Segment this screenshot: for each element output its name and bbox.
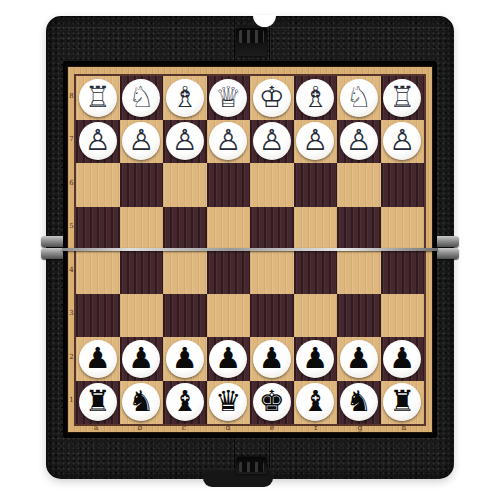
square-d7[interactable]: ♙: [207, 120, 251, 164]
white-queen-icon: ♕: [215, 78, 241, 116]
fold-hinge-line: [62, 248, 438, 251]
square-c5[interactable]: [163, 207, 207, 251]
black-pawn-disc[interactable]: ♟: [253, 340, 291, 378]
black-queen-icon: ♛: [215, 382, 241, 420]
black-pawn-icon: ♟: [389, 339, 415, 377]
black-bishop-disc[interactable]: ♝: [296, 383, 334, 421]
square-g6[interactable]: [337, 163, 381, 207]
white-rook-icon: ♖: [85, 78, 111, 116]
black-pawn-disc[interactable]: ♟: [122, 340, 160, 378]
white-pawn-disc[interactable]: ♙: [122, 122, 160, 160]
black-pawn-icon: ♟: [302, 339, 328, 377]
pocket-chess-set-photo: 87654321 abcdefgh ♖♘♗♕♔♗♘♖♙♙♙♙♙♙♙♙♟♟♟♟♟♟…: [0, 0, 500, 500]
thumb-notch: [253, 15, 276, 27]
square-g2[interactable]: ♟: [337, 337, 381, 381]
square-a3[interactable]: [76, 294, 120, 338]
black-king-disc[interactable]: ♚: [253, 383, 291, 421]
square-f1[interactable]: ♝: [294, 381, 338, 425]
white-pawn-icon: ♙: [346, 121, 372, 159]
white-pawn-icon: ♙: [259, 121, 285, 159]
square-g1[interactable]: ♞: [337, 381, 381, 425]
clasp-top: [236, 28, 267, 56]
square-c3[interactable]: [163, 294, 207, 338]
square-e6[interactable]: [250, 163, 294, 207]
square-c8[interactable]: ♗: [163, 76, 207, 120]
square-c4[interactable]: [163, 250, 207, 294]
square-b5[interactable]: [120, 207, 164, 251]
chess-board: 87654321 abcdefgh ♖♘♗♕♔♗♘♖♙♙♙♙♙♙♙♙♟♟♟♟♟♟…: [68, 67, 432, 432]
white-pawn-disc[interactable]: ♙: [209, 122, 247, 160]
black-rook-icon: ♜: [85, 382, 111, 420]
square-f8[interactable]: ♗: [294, 76, 338, 120]
square-b2[interactable]: ♟: [120, 337, 164, 381]
square-h5[interactable]: [381, 207, 425, 251]
square-c2[interactable]: ♟: [163, 337, 207, 381]
square-d8[interactable]: ♕: [207, 76, 251, 120]
square-f4[interactable]: [294, 250, 338, 294]
white-bishop-disc[interactable]: ♗: [296, 79, 334, 117]
case-seam: [234, 16, 235, 61]
black-bishop-icon: ♝: [302, 382, 328, 420]
black-knight-disc[interactable]: ♞: [340, 383, 378, 421]
white-pawn-icon: ♙: [215, 121, 241, 159]
black-rook-icon: ♜: [389, 382, 415, 420]
square-g4[interactable]: [337, 250, 381, 294]
black-rook-disc[interactable]: ♜: [79, 383, 117, 421]
white-bishop-icon: ♗: [172, 78, 198, 116]
black-knight-icon: ♞: [346, 382, 372, 420]
square-c6[interactable]: [163, 163, 207, 207]
square-b3[interactable]: [120, 294, 164, 338]
black-rook-disc[interactable]: ♜: [383, 383, 421, 421]
square-e1[interactable]: ♚: [250, 381, 294, 425]
square-f7[interactable]: ♙: [294, 120, 338, 164]
white-pawn-disc[interactable]: ♙: [383, 122, 421, 160]
square-d4[interactable]: [207, 250, 251, 294]
square-h4[interactable]: [381, 250, 425, 294]
square-h3[interactable]: [381, 294, 425, 338]
square-g3[interactable]: [337, 294, 381, 338]
black-pawn-icon: ♟: [259, 339, 285, 377]
square-h1[interactable]: ♜: [381, 381, 425, 425]
white-pawn-disc[interactable]: ♙: [79, 122, 117, 160]
black-knight-disc[interactable]: ♞: [122, 383, 160, 421]
white-knight-icon: ♘: [128, 78, 154, 116]
square-f2[interactable]: ♟: [294, 337, 338, 381]
square-h2[interactable]: ♟: [381, 337, 425, 381]
square-a6[interactable]: [76, 163, 120, 207]
white-rook-disc[interactable]: ♖: [383, 79, 421, 117]
square-d1[interactable]: ♛: [207, 381, 251, 425]
black-pawn-disc[interactable]: ♟: [79, 340, 117, 378]
black-knight-icon: ♞: [128, 382, 154, 420]
black-pawn-icon: ♟: [215, 339, 241, 377]
black-pawn-icon: ♟: [128, 339, 154, 377]
square-d3[interactable]: [207, 294, 251, 338]
square-h8[interactable]: ♖: [381, 76, 425, 120]
white-pawn-icon: ♙: [302, 121, 328, 159]
white-bishop-disc[interactable]: ♗: [166, 79, 204, 117]
white-pawn-disc[interactable]: ♙: [253, 122, 291, 160]
chess-case: 87654321 abcdefgh ♖♘♗♕♔♗♘♖♙♙♙♙♙♙♙♙♟♟♟♟♟♟…: [46, 16, 454, 479]
white-rook-icon: ♖: [389, 78, 415, 116]
white-pawn-icon: ♙: [172, 121, 198, 159]
black-pawn-icon: ♟: [346, 339, 372, 377]
square-b8[interactable]: ♘: [120, 76, 164, 120]
square-b1[interactable]: ♞: [120, 381, 164, 425]
black-bishop-disc[interactable]: ♝: [166, 383, 204, 421]
square-e2[interactable]: ♟: [250, 337, 294, 381]
square-a7[interactable]: ♙: [76, 120, 120, 164]
white-pawn-icon: ♙: [389, 121, 415, 159]
square-d2[interactable]: ♟: [207, 337, 251, 381]
square-c7[interactable]: ♙: [163, 120, 207, 164]
white-knight-disc[interactable]: ♘: [340, 79, 378, 117]
black-bishop-icon: ♝: [172, 382, 198, 420]
white-pawn-disc[interactable]: ♙: [340, 122, 378, 160]
clasp-bottom: [236, 457, 267, 474]
white-pawn-disc[interactable]: ♙: [166, 122, 204, 160]
black-pawn-disc[interactable]: ♟: [383, 340, 421, 378]
white-pawn-icon: ♙: [128, 121, 154, 159]
white-rook-disc[interactable]: ♖: [79, 79, 117, 117]
square-d6[interactable]: [207, 163, 251, 207]
black-pawn-disc[interactable]: ♟: [296, 340, 334, 378]
black-pawn-disc[interactable]: ♟: [340, 340, 378, 378]
white-king-disc[interactable]: ♔: [253, 79, 291, 117]
white-pawn-disc[interactable]: ♙: [296, 122, 334, 160]
white-bishop-icon: ♗: [302, 78, 328, 116]
square-a5[interactable]: [76, 207, 120, 251]
square-h7[interactable]: ♙: [381, 120, 425, 164]
square-a1[interactable]: ♜: [76, 381, 120, 425]
square-h6[interactable]: [381, 163, 425, 207]
black-king-icon: ♚: [259, 382, 285, 420]
square-f6[interactable]: [294, 163, 338, 207]
square-g8[interactable]: ♘: [337, 76, 381, 120]
square-a8[interactable]: ♖: [76, 76, 120, 120]
square-a2[interactable]: ♟: [76, 337, 120, 381]
square-f5[interactable]: [294, 207, 338, 251]
black-pawn-icon: ♟: [85, 339, 111, 377]
black-pawn-disc[interactable]: ♟: [209, 340, 247, 378]
black-queen-disc[interactable]: ♛: [209, 383, 247, 421]
square-b4[interactable]: [120, 250, 164, 294]
square-b7[interactable]: ♙: [120, 120, 164, 164]
square-e4[interactable]: [250, 250, 294, 294]
square-g5[interactable]: [337, 207, 381, 251]
square-e8[interactable]: ♔: [250, 76, 294, 120]
white-pawn-icon: ♙: [85, 121, 111, 159]
square-d5[interactable]: [207, 207, 251, 251]
square-e5[interactable]: [250, 207, 294, 251]
white-knight-disc[interactable]: ♘: [122, 79, 160, 117]
white-king-icon: ♔: [259, 78, 285, 116]
square-b6[interactable]: [120, 163, 164, 207]
square-e7[interactable]: ♙: [250, 120, 294, 164]
black-pawn-icon: ♟: [172, 339, 198, 377]
white-knight-icon: ♘: [346, 78, 372, 116]
square-c1[interactable]: ♝: [163, 381, 207, 425]
square-a4[interactable]: [76, 250, 120, 294]
square-g7[interactable]: ♙: [337, 120, 381, 164]
black-pawn-disc[interactable]: ♟: [166, 340, 204, 378]
square-f3[interactable]: [294, 294, 338, 338]
white-queen-disc[interactable]: ♕: [209, 79, 247, 117]
square-e3[interactable]: [250, 294, 294, 338]
